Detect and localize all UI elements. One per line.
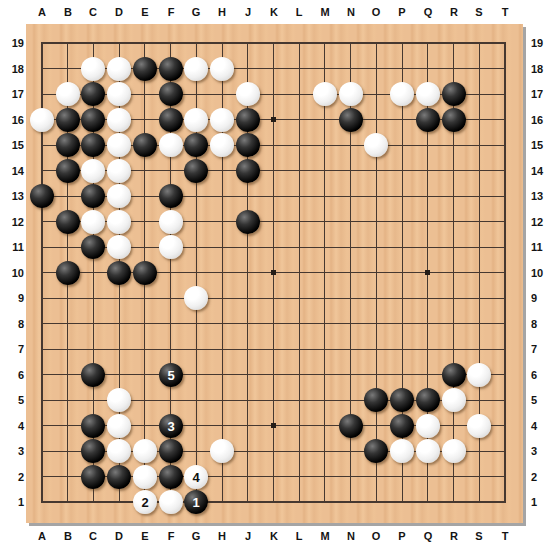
coordinate-label-bottom: O	[364, 528, 388, 544]
stone-white-F1	[159, 490, 183, 514]
move-number-label: 1	[192, 496, 199, 509]
stone-black-O3	[364, 439, 388, 463]
grid-line-vertical	[299, 42, 300, 503]
coordinate-label-left: 12	[2, 214, 24, 230]
stone-black-G1: 1	[184, 490, 208, 514]
coordinate-label-left: 16	[2, 112, 24, 128]
coordinate-label-top: L	[287, 4, 311, 20]
stone-black-O5	[364, 388, 388, 412]
coordinate-label-top: O	[364, 4, 388, 20]
move-number-label: 5	[167, 369, 174, 382]
coordinate-label-right: 17	[531, 86, 550, 102]
coordinate-label-right: 5	[531, 392, 550, 408]
coordinate-label-left: 3	[2, 443, 24, 459]
stone-white-C12	[81, 210, 105, 234]
coordinate-label-top: M	[313, 4, 337, 20]
stone-white-N17	[339, 82, 363, 106]
stone-white-R3	[442, 439, 466, 463]
coordinate-label-left: 17	[2, 86, 24, 102]
stone-black-F6: 5	[159, 363, 183, 387]
coordinate-label-left: 2	[2, 469, 24, 485]
coordinate-label-bottom: G	[184, 528, 208, 544]
stone-white-D4	[107, 414, 131, 438]
stone-black-C2	[81, 465, 105, 489]
coordinate-label-left: 6	[2, 367, 24, 383]
coordinate-label-right: 15	[531, 137, 550, 153]
stone-white-A16	[30, 108, 54, 132]
coordinate-label-right: 2	[531, 469, 550, 485]
stone-white-G16	[184, 108, 208, 132]
coordinate-label-bottom: M	[313, 528, 337, 544]
coordinate-label-top: J	[236, 4, 260, 20]
stone-black-F13	[159, 184, 183, 208]
move-number-label: 3	[167, 420, 174, 433]
stone-white-O15	[364, 133, 388, 157]
stone-white-G9	[184, 286, 208, 310]
coordinate-label-top: Q	[416, 4, 440, 20]
stone-white-H3	[210, 439, 234, 463]
stone-black-N4	[339, 414, 363, 438]
star-point	[271, 117, 276, 122]
coordinate-label-bottom: B	[56, 528, 80, 544]
grid-line-horizontal	[41, 349, 506, 350]
page-background: 53421 AABBCCDDEEFFGGHHJJKKLLMMNNOOPPQQRR…	[0, 0, 550, 550]
grid-line-horizontal	[41, 374, 506, 375]
coordinate-label-bottom: F	[159, 528, 183, 544]
coordinate-label-right: 18	[531, 61, 550, 77]
stone-white-F15	[159, 133, 183, 157]
coordinate-label-left: 8	[2, 316, 24, 332]
coordinate-label-top: T	[493, 4, 517, 20]
coordinate-label-top: E	[133, 4, 157, 20]
stone-black-C11	[81, 235, 105, 259]
stone-black-F3	[159, 439, 183, 463]
grid-line-horizontal	[41, 501, 506, 503]
stone-black-R16	[442, 108, 466, 132]
stone-white-P17	[390, 82, 414, 106]
coordinate-label-top: R	[442, 4, 466, 20]
coordinate-label-top: P	[390, 4, 414, 20]
stone-white-S6	[467, 363, 491, 387]
grid-line-vertical	[376, 42, 377, 503]
stone-white-D12	[107, 210, 131, 234]
stone-white-D18	[107, 57, 131, 81]
stone-white-D13	[107, 184, 131, 208]
coordinate-label-bottom: E	[133, 528, 157, 544]
stone-black-C13	[81, 184, 105, 208]
coordinate-label-top: G	[184, 4, 208, 20]
coordinate-label-left: 7	[2, 341, 24, 357]
stone-white-D15	[107, 133, 131, 157]
star-point	[271, 270, 276, 275]
stone-white-D17	[107, 82, 131, 106]
stone-black-B14	[56, 159, 80, 183]
coordinate-label-top: F	[159, 4, 183, 20]
stone-white-E2	[133, 465, 157, 489]
stone-white-P3	[390, 439, 414, 463]
grid-line-horizontal	[41, 323, 506, 324]
stone-black-F17	[159, 82, 183, 106]
stone-black-B16	[56, 108, 80, 132]
stone-black-J15	[236, 133, 260, 157]
stone-white-H15	[210, 133, 234, 157]
coordinate-label-left: 9	[2, 290, 24, 306]
stone-black-B10	[56, 261, 80, 285]
stone-white-H18	[210, 57, 234, 81]
coordinate-label-right: 7	[531, 341, 550, 357]
stone-white-Q4	[416, 414, 440, 438]
coordinate-label-left: 15	[2, 137, 24, 153]
coordinate-label-bottom: T	[493, 528, 517, 544]
stone-black-R17	[442, 82, 466, 106]
coordinate-label-left: 19	[2, 35, 24, 51]
star-point	[425, 270, 430, 275]
stone-black-F18	[159, 57, 183, 81]
coordinate-label-right: 9	[531, 290, 550, 306]
coordinate-label-right: 10	[531, 265, 550, 281]
coordinate-label-bottom: D	[107, 528, 131, 544]
stone-black-C16	[81, 108, 105, 132]
stone-black-C6	[81, 363, 105, 387]
stone-black-B15	[56, 133, 80, 157]
stone-white-G18	[184, 57, 208, 81]
stone-black-P5	[390, 388, 414, 412]
grid-line-vertical	[504, 42, 506, 503]
grid-line-vertical	[324, 42, 325, 503]
stone-white-B17	[56, 82, 80, 106]
stone-black-J12	[236, 210, 260, 234]
coordinate-label-bottom: R	[442, 528, 466, 544]
stone-white-J17	[236, 82, 260, 106]
stone-white-E3	[133, 439, 157, 463]
stone-black-J14	[236, 159, 260, 183]
coordinate-label-right: 12	[531, 214, 550, 230]
stone-white-D5	[107, 388, 131, 412]
move-number-label: 2	[141, 496, 148, 509]
coordinate-label-right: 4	[531, 418, 550, 434]
stone-black-G14	[184, 159, 208, 183]
coordinate-label-top: K	[262, 4, 286, 20]
coordinate-label-left: 5	[2, 392, 24, 408]
move-number-label: 4	[192, 471, 199, 484]
coordinate-label-top: A	[30, 4, 54, 20]
coordinate-label-bottom: J	[236, 528, 260, 544]
coordinate-label-bottom: P	[390, 528, 414, 544]
stone-black-J16	[236, 108, 260, 132]
stone-black-D10	[107, 261, 131, 285]
goban[interactable]: 53421	[26, 24, 523, 523]
coordinate-label-right: 8	[531, 316, 550, 332]
stone-black-C15	[81, 133, 105, 157]
stone-black-N16	[339, 108, 363, 132]
stone-black-C4	[81, 414, 105, 438]
stone-white-M17	[313, 82, 337, 106]
coordinate-label-left: 13	[2, 188, 24, 204]
stone-white-D14	[107, 159, 131, 183]
stone-black-P4	[390, 414, 414, 438]
coordinate-label-top: C	[81, 4, 105, 20]
stone-white-Q3	[416, 439, 440, 463]
stone-black-D2	[107, 465, 131, 489]
stone-black-E10	[133, 261, 157, 285]
stone-white-D11	[107, 235, 131, 259]
stone-black-F4: 3	[159, 414, 183, 438]
stone-white-F11	[159, 235, 183, 259]
stone-black-G15	[184, 133, 208, 157]
coordinate-label-top: S	[467, 4, 491, 20]
coordinate-label-left: 4	[2, 418, 24, 434]
coordinate-label-left: 18	[2, 61, 24, 77]
coordinate-label-bottom: H	[210, 528, 234, 544]
grid-line-horizontal	[41, 298, 506, 299]
coordinate-label-left: 14	[2, 163, 24, 179]
stone-white-R5	[442, 388, 466, 412]
stone-white-H16	[210, 108, 234, 132]
coordinate-label-right: 6	[531, 367, 550, 383]
coordinate-label-right: 1	[531, 494, 550, 510]
coordinate-label-bottom: K	[262, 528, 286, 544]
coordinate-label-right: 11	[531, 239, 550, 255]
coordinate-label-top: B	[56, 4, 80, 20]
coordinate-label-bottom: S	[467, 528, 491, 544]
stone-black-F2	[159, 465, 183, 489]
stone-black-R6	[442, 363, 466, 387]
coordinate-label-bottom: C	[81, 528, 105, 544]
coordinate-label-left: 1	[2, 494, 24, 510]
stone-black-C3	[81, 439, 105, 463]
coordinate-label-right: 13	[531, 188, 550, 204]
coordinate-label-bottom: A	[30, 528, 54, 544]
stone-white-F12	[159, 210, 183, 234]
stone-black-B12	[56, 210, 80, 234]
coordinate-label-top: N	[339, 4, 363, 20]
stone-black-F16	[159, 108, 183, 132]
stone-white-S4	[467, 414, 491, 438]
coordinate-label-left: 11	[2, 239, 24, 255]
stone-white-Q17	[416, 82, 440, 106]
stone-black-C17	[81, 82, 105, 106]
stone-white-C18	[81, 57, 105, 81]
stone-black-Q16	[416, 108, 440, 132]
coordinate-label-bottom: Q	[416, 528, 440, 544]
stone-white-D3	[107, 439, 131, 463]
stone-black-E18	[133, 57, 157, 81]
stone-white-E1: 2	[133, 490, 157, 514]
coordinate-label-right: 16	[531, 112, 550, 128]
coordinate-label-bottom: N	[339, 528, 363, 544]
coordinate-label-top: D	[107, 4, 131, 20]
coordinate-label-right: 19	[531, 35, 550, 51]
stone-white-C14	[81, 159, 105, 183]
stone-white-G2: 4	[184, 465, 208, 489]
coordinate-label-right: 14	[531, 163, 550, 179]
stone-black-A13	[30, 184, 54, 208]
star-point	[271, 423, 276, 428]
stone-black-E15	[133, 133, 157, 157]
stone-white-D16	[107, 108, 131, 132]
coordinate-label-bottom: L	[287, 528, 311, 544]
coordinate-label-left: 10	[2, 265, 24, 281]
coordinate-label-right: 3	[531, 443, 550, 459]
stone-black-Q5	[416, 388, 440, 412]
coordinate-label-top: H	[210, 4, 234, 20]
